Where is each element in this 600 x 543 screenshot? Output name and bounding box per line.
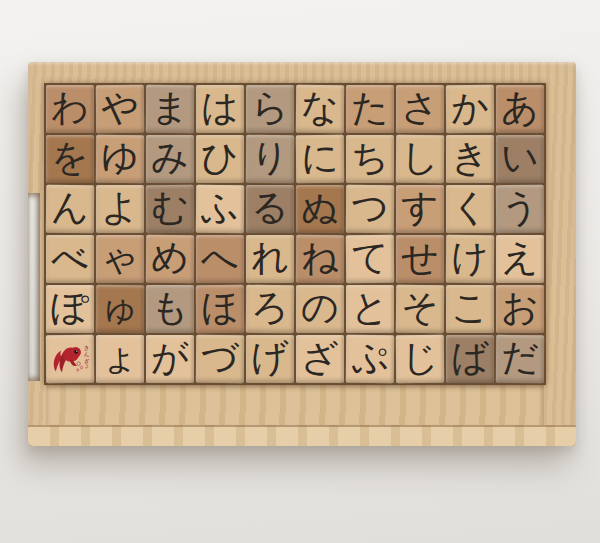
hiragana-glyph: だ — [501, 334, 539, 382]
hiragana-glyph: つ — [351, 184, 389, 232]
block-さ[interactable]: さ — [396, 85, 444, 133]
block-も[interactable]: も — [146, 285, 194, 333]
hiragana-glyph: さ — [401, 84, 439, 132]
block-せ[interactable]: せ — [396, 235, 444, 283]
block-る[interactable]: る — [246, 185, 294, 233]
block-ら[interactable]: ら — [246, 85, 294, 133]
hiragana-glyph: ん — [51, 184, 89, 232]
block-み[interactable]: み — [146, 135, 194, 183]
hiragana-glyph: め — [151, 234, 189, 282]
hiragana-glyph: ほ — [201, 284, 239, 332]
block-け[interactable]: け — [446, 235, 494, 283]
hiragana-glyph: ゅ — [101, 284, 139, 332]
hiragana-glyph: て — [351, 234, 389, 282]
hiragana-glyph: ゃ — [101, 234, 139, 282]
block-あ[interactable]: あ — [496, 85, 544, 133]
hiragana-glyph: ひ — [201, 134, 239, 182]
hiragana-glyph: う — [501, 184, 539, 232]
hiragana-glyph: じ — [401, 334, 439, 382]
hiragana-glyph: ゆ — [101, 134, 139, 182]
block-の[interactable]: の — [296, 285, 344, 333]
hiragana-glyph: ば — [451, 334, 489, 382]
block-こ[interactable]: こ — [446, 285, 494, 333]
hiragana-glyph: か — [451, 84, 489, 132]
hiragana-glyph: し — [401, 134, 439, 182]
bubble — [80, 366, 83, 369]
hiragana-glyph: を — [51, 134, 89, 182]
hiragana-glyph: た — [351, 84, 389, 132]
hiragana-glyph: む — [151, 184, 189, 232]
bubble — [77, 369, 79, 371]
block-ひ[interactable]: ひ — [196, 135, 244, 183]
block-ば[interactable]: ば — [446, 335, 494, 383]
hiragana-glyph: ざ — [301, 334, 339, 382]
tray: わやまはらなたさかあをゆみひりにちしきいんよむふるぬつすくうべゃめへれねてせけえ… — [28, 62, 576, 446]
block-ま[interactable]: ま — [146, 85, 194, 133]
block-ん[interactable]: ん — [46, 185, 94, 233]
hiragana-glyph: く — [451, 184, 489, 232]
block-ろ[interactable]: ろ — [246, 285, 294, 333]
hiragana-glyph: が — [151, 334, 189, 382]
block-じ[interactable]: じ — [396, 335, 444, 383]
hiragana-glyph: よ — [101, 184, 139, 232]
block-よ[interactable]: よ — [96, 185, 144, 233]
goldfish-illustration: きんぎょ — [47, 336, 93, 382]
block-ゃ[interactable]: ゃ — [96, 235, 144, 283]
goldfish-eye — [74, 350, 78, 354]
block-だ[interactable]: だ — [496, 335, 544, 383]
hiragana-glyph: ち — [351, 134, 389, 182]
hiragana-glyph: も — [151, 284, 189, 332]
block-ね[interactable]: ね — [296, 235, 344, 283]
block-は[interactable]: は — [196, 85, 244, 133]
hiragana-glyph: り — [251, 134, 289, 182]
block-を[interactable]: を — [46, 135, 94, 183]
block-ぽ[interactable]: ぽ — [46, 285, 94, 333]
block-れ[interactable]: れ — [246, 235, 294, 283]
hiragana-glyph: ょ — [101, 334, 139, 382]
hiragana-glyph: お — [501, 284, 539, 332]
hiragana-glyph: る — [251, 184, 289, 232]
hiragana-glyph: あ — [501, 84, 539, 132]
picture-block-goldfish[interactable]: きんぎょ — [46, 335, 94, 383]
block-が[interactable]: が — [146, 335, 194, 383]
tray-floor — [46, 383, 544, 425]
block-い[interactable]: い — [496, 135, 544, 183]
hiragana-glyph: に — [301, 134, 339, 182]
hiragana-glyph: え — [501, 234, 539, 282]
block-な[interactable]: な — [296, 85, 344, 133]
hiragana-glyph: ぬ — [301, 184, 339, 232]
hiragana-glyph: げ — [251, 334, 289, 382]
hiragana-glyph: わ — [51, 84, 89, 132]
hiragana-glyph: け — [451, 234, 489, 282]
block-へ[interactable]: へ — [196, 235, 244, 283]
block-き[interactable]: き — [446, 135, 494, 183]
block-つ[interactable]: つ — [346, 185, 394, 233]
block-げ[interactable]: げ — [246, 335, 294, 383]
block-ょ[interactable]: ょ — [96, 335, 144, 383]
hiragana-glyph: ろ — [251, 284, 289, 332]
hiragana-glyph: み — [151, 134, 189, 182]
hiragana-glyph: こ — [451, 284, 489, 332]
hiragana-glyph: そ — [401, 284, 439, 332]
hiragana-glyph: ぷ — [351, 334, 389, 382]
tray-front-edge — [28, 425, 576, 446]
block-わ[interactable]: わ — [46, 85, 94, 133]
tray-side-notch — [28, 193, 40, 381]
hiragana-glyph: ね — [301, 234, 339, 282]
hiragana-glyph: な — [301, 84, 339, 132]
hiragana-glyph: は — [201, 84, 239, 132]
hiragana-glyph: ら — [251, 84, 289, 132]
block-ほ[interactable]: ほ — [196, 285, 244, 333]
hiragana-glyph: き — [451, 134, 489, 182]
block-に[interactable]: に — [296, 135, 344, 183]
block-お[interactable]: お — [496, 285, 544, 333]
block-ぷ[interactable]: ぷ — [346, 335, 394, 383]
block-ふ[interactable]: ふ — [196, 185, 244, 233]
goldfish-label: きんぎょ — [84, 341, 90, 369]
photo-scene: わやまはらなたさかあをゆみひりにちしきいんよむふるぬつすくうべゃめへれねてせけえ… — [0, 0, 600, 543]
hiragana-glyph: い — [501, 134, 539, 182]
hiragana-glyph: ま — [151, 84, 189, 132]
hiragana-glyph: づ — [201, 334, 239, 382]
block-し[interactable]: し — [396, 135, 444, 183]
hiragana-glyph: す — [401, 184, 439, 232]
block-と[interactable]: と — [346, 285, 394, 333]
hiragana-glyph: べ — [51, 234, 89, 282]
block-え[interactable]: え — [496, 235, 544, 283]
hiragana-glyph: ふ — [201, 184, 239, 232]
block-り[interactable]: り — [246, 135, 294, 183]
hiragana-glyph: せ — [401, 234, 439, 282]
block-た[interactable]: た — [346, 85, 394, 133]
block-か[interactable]: か — [446, 85, 494, 133]
block-ざ[interactable]: ざ — [296, 335, 344, 383]
block-て[interactable]: て — [346, 235, 394, 283]
hiragana-glyph: や — [101, 84, 139, 132]
hiragana-glyph: ぽ — [51, 284, 89, 332]
block-べ[interactable]: べ — [46, 235, 94, 283]
block-grid: わやまはらなたさかあをゆみひりにちしきいんよむふるぬつすくうべゃめへれねてせけえ… — [46, 85, 544, 383]
hiragana-glyph: の — [301, 284, 339, 332]
block-ゆ[interactable]: ゆ — [96, 135, 144, 183]
hiragana-glyph: へ — [201, 234, 239, 282]
block-づ[interactable]: づ — [196, 335, 244, 383]
hiragana-glyph: れ — [251, 234, 289, 282]
hiragana-glyph: と — [351, 284, 389, 332]
block-く[interactable]: く — [446, 185, 494, 233]
block-す[interactable]: す — [396, 185, 444, 233]
block-む[interactable]: む — [146, 185, 194, 233]
block-め[interactable]: め — [146, 235, 194, 283]
block-そ[interactable]: そ — [396, 285, 444, 333]
block-ぬ[interactable]: ぬ — [296, 185, 344, 233]
block-ゅ[interactable]: ゅ — [96, 285, 144, 333]
block-う[interactable]: う — [496, 185, 544, 233]
block-や[interactable]: や — [96, 85, 144, 133]
block-ち[interactable]: ち — [346, 135, 394, 183]
bubble — [77, 362, 80, 365]
